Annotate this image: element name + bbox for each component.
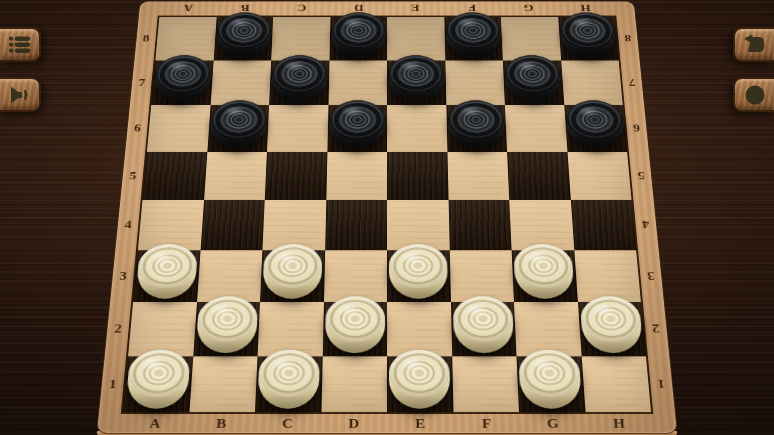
piece-top-face (579, 296, 642, 341)
pieces-layer (97, 2, 677, 433)
menu-list-icon (8, 35, 32, 54)
piece-black-a7[interactable] (153, 55, 211, 102)
help-question-icon: ? (744, 84, 766, 106)
piece-top-face (504, 55, 560, 93)
piece-top-face (389, 350, 450, 397)
piece-top-face (196, 296, 258, 341)
piece-black-c7[interactable] (271, 55, 327, 102)
piece-top-face (452, 296, 513, 341)
menu-button[interactable] (0, 27, 41, 62)
piece-top-face (389, 244, 448, 287)
piece-top-face (565, 100, 623, 139)
piece-top-face (263, 244, 323, 287)
piece-white-g3[interactable] (513, 244, 575, 299)
piece-top-face (389, 55, 444, 93)
piece-white-e3[interactable] (389, 244, 448, 299)
piece-white-e1[interactable] (389, 350, 451, 409)
piece-black-b8[interactable] (215, 12, 271, 57)
piece-top-face (518, 350, 581, 397)
piece-black-f8[interactable] (446, 12, 501, 57)
piece-black-b6[interactable] (209, 100, 267, 149)
piece-black-d8[interactable] (331, 12, 385, 57)
piece-white-f2[interactable] (452, 296, 514, 353)
piece-white-c3[interactable] (262, 244, 322, 299)
piece-white-d2[interactable] (324, 296, 384, 353)
piece-top-face (210, 100, 268, 139)
piece-top-face (216, 12, 271, 48)
undo-button[interactable] (733, 27, 774, 62)
piece-top-face (258, 350, 320, 397)
svg-text:?: ? (751, 87, 758, 102)
piece-top-face (331, 12, 385, 48)
piece-black-d6[interactable] (329, 100, 385, 149)
piece-top-face (272, 55, 328, 93)
piece-white-a3[interactable] (135, 244, 198, 299)
piece-white-g1[interactable] (518, 350, 582, 409)
piece-top-face (559, 12, 615, 48)
piece-black-f6[interactable] (448, 100, 505, 149)
piece-black-e7[interactable] (389, 55, 444, 102)
piece-top-face (513, 244, 574, 287)
piece-black-h8[interactable] (559, 12, 616, 57)
piece-white-c1[interactable] (257, 350, 320, 409)
piece-top-face (448, 100, 505, 139)
piece-black-g7[interactable] (504, 55, 561, 102)
checkers-board: AABBCCDDEEFFGGHH8877665544332211 (97, 2, 677, 433)
sound-speaker-icon (9, 85, 31, 105)
piece-top-face (325, 296, 385, 341)
piece-white-b2[interactable] (195, 296, 258, 353)
piece-top-face (446, 12, 501, 48)
piece-top-face (329, 100, 385, 139)
board-scene: AABBCCDDEEFFGGHH8877665544332211 (97, 0, 677, 433)
piece-black-h6[interactable] (565, 100, 624, 149)
piece-top-face (154, 55, 211, 93)
piece-top-face (127, 350, 192, 397)
undo-arrow-icon (743, 35, 766, 54)
piece-white-h2[interactable] (579, 296, 643, 353)
piece-top-face (136, 244, 198, 287)
sound-button[interactable] (0, 77, 41, 112)
piece-white-a1[interactable] (125, 350, 191, 409)
help-button[interactable]: ? (733, 77, 774, 112)
